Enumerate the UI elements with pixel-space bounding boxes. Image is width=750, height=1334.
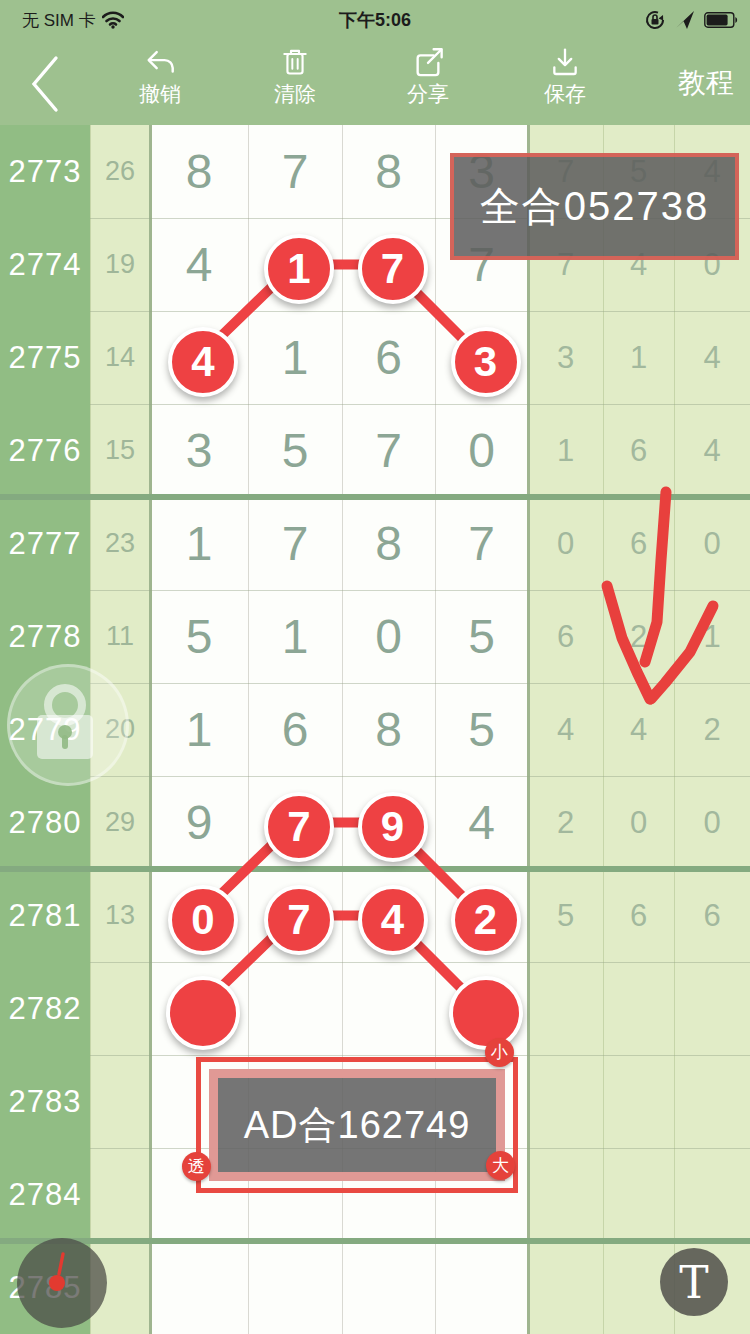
digit-cell: 1: [150, 497, 248, 590]
period-label: 2774: [0, 218, 90, 311]
share-button[interactable]: 分享: [373, 46, 483, 108]
stat-cell: 5: [528, 869, 603, 962]
digit-cell: 4: [150, 218, 248, 311]
circled-digit[interactable]: 7: [358, 234, 428, 304]
digit-cell: 0: [342, 590, 435, 683]
period-label: 2773: [0, 125, 90, 218]
circled-digit[interactable]: 1: [264, 234, 334, 304]
share-label: 分享: [407, 80, 449, 108]
pen-color-mark: [17, 1238, 107, 1328]
stat-cell: 4: [674, 404, 750, 497]
pen-tool-button[interactable]: [17, 1238, 107, 1328]
stat-cell: 2: [528, 776, 603, 869]
period-label: 2780: [0, 776, 90, 869]
stat-cell: 2: [603, 590, 674, 683]
stat-cell: 0: [603, 776, 674, 869]
share-icon: [411, 46, 445, 78]
sum-value: 19: [90, 218, 150, 311]
lock-icon: [10, 667, 120, 777]
lock-button[interactable]: [7, 664, 129, 786]
digit-cell: 1: [248, 311, 342, 404]
stat-cell: 1: [528, 404, 603, 497]
quanhe-overlay[interactable]: 全合052738: [450, 153, 739, 260]
circled-digit[interactable]: 7: [264, 885, 334, 955]
toolbar: 撤销 清除 分享: [0, 40, 750, 125]
stat-cell: 3: [528, 311, 603, 404]
sum-value: 14: [90, 311, 150, 404]
digit-cell: 8: [150, 125, 248, 218]
sum-value: 13: [90, 869, 150, 962]
grid-hline: [90, 962, 750, 963]
digit-cell: 7: [248, 125, 342, 218]
circled-digit[interactable]: 7: [264, 792, 334, 862]
period-label: 2782: [0, 962, 90, 1055]
trash-icon: [279, 46, 311, 78]
sum-value: 15: [90, 404, 150, 497]
digit-cell: 4: [435, 776, 528, 869]
circled-digit[interactable]: 0: [168, 885, 238, 955]
group-separator: [0, 1238, 750, 1244]
tutorial-button[interactable]: 教程: [678, 40, 734, 125]
stat-cell: 2: [674, 683, 750, 776]
digit-cell: 7: [248, 497, 342, 590]
period-label: 2783: [0, 1055, 90, 1148]
digit-cell: 8: [342, 125, 435, 218]
period-label: 2781: [0, 869, 90, 962]
stat-cell: 6: [674, 869, 750, 962]
digit-cell: 5: [248, 404, 342, 497]
location-icon: [675, 10, 695, 30]
adhe-overlay: AD合162749: [209, 1069, 505, 1181]
badge-big[interactable]: 大: [486, 1151, 515, 1180]
save-button[interactable]: 保存: [510, 46, 620, 108]
badge-tou[interactable]: 透: [182, 1152, 211, 1181]
filled-dot[interactable]: [166, 976, 240, 1050]
circled-digit[interactable]: 4: [358, 885, 428, 955]
circled-digit[interactable]: 2: [451, 885, 521, 955]
circled-digit[interactable]: 9: [358, 792, 428, 862]
stat-cell: 1: [674, 590, 750, 683]
stat-cell: 4: [603, 683, 674, 776]
digit-cell: 8: [342, 683, 435, 776]
digit-cell: 5: [435, 683, 528, 776]
digit-cell: 0: [435, 404, 528, 497]
orientation-lock-icon: [644, 9, 666, 31]
digit-cell: 5: [150, 590, 248, 683]
period-label: 2784: [0, 1148, 90, 1241]
top-bar: 无 SIM 卡 下午5:06: [0, 0, 750, 125]
undo-label: 撤销: [139, 80, 181, 108]
digit-cell: 7: [342, 404, 435, 497]
stat-cell: 0: [528, 497, 603, 590]
text-tool-button[interactable]: T: [660, 1248, 728, 1316]
stat-cell: 6: [603, 869, 674, 962]
grid-hline: [90, 1055, 750, 1056]
app-screen: 无 SIM 卡 下午5:06: [0, 0, 750, 1334]
stat-cell: 6: [528, 590, 603, 683]
sum-value: 29: [90, 776, 150, 869]
stat-cell: 6: [603, 404, 674, 497]
status-bar: 无 SIM 卡 下午5:06: [0, 0, 750, 40]
digit-cell: 6: [342, 311, 435, 404]
save-label: 保存: [544, 80, 586, 108]
back-button[interactable]: [18, 52, 74, 116]
sum-value: 26: [90, 125, 150, 218]
undo-icon: [143, 46, 177, 78]
save-icon: [549, 46, 581, 78]
stat-cell: 6: [603, 497, 674, 590]
period-label: 2777: [0, 497, 90, 590]
group-separator: [0, 494, 750, 500]
circled-digit[interactable]: 3: [451, 327, 521, 397]
stat-cell: 4: [528, 683, 603, 776]
undo-button[interactable]: 撤销: [105, 46, 215, 108]
stat-cell: 0: [674, 776, 750, 869]
group-separator: [0, 866, 750, 872]
battery-icon: [704, 12, 738, 28]
digit-cell: 1: [248, 590, 342, 683]
period-label: 2776: [0, 404, 90, 497]
clock: 下午5:06: [0, 8, 750, 32]
circled-digit[interactable]: 4: [168, 327, 238, 397]
digit-cell: 6: [248, 683, 342, 776]
stat-cell: 1: [603, 311, 674, 404]
clear-label: 清除: [274, 80, 316, 108]
period-label: 2775: [0, 311, 90, 404]
adhe-overlay-frame[interactable]: AD合162749: [196, 1057, 518, 1193]
digit-cell: 5: [435, 590, 528, 683]
digit-cell: 8: [342, 497, 435, 590]
digit-cell: 3: [150, 404, 248, 497]
digit-cell: 7: [435, 497, 528, 590]
badge-small[interactable]: 小: [485, 1038, 514, 1067]
digit-cell: 1: [150, 683, 248, 776]
clear-button[interactable]: 清除: [240, 46, 350, 108]
digit-cell: 9: [150, 776, 248, 869]
stat-cell: 0: [674, 497, 750, 590]
filled-dot[interactable]: [449, 976, 523, 1050]
stat-cell: 4: [674, 311, 750, 404]
sum-value: 23: [90, 497, 150, 590]
